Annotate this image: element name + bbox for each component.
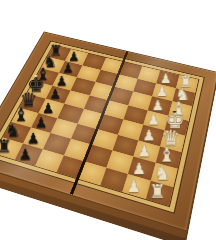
piece-black-pawn: ♟	[34, 115, 47, 129]
chess-set-photo: ♜♟♟♜♞♟♟♞♝♟♟♝♚♟♟♚♛♟♟♛♝♟♟♝♞♟♟♞♜♟♟♜	[0, 0, 216, 216]
piece-black-pawn: ♟	[49, 87, 61, 101]
piece-white-pawn: ♟	[138, 143, 152, 158]
piece-white-pawn: ♟	[156, 84, 168, 98]
perspective-stage: ♜♟♟♜♞♟♟♞♝♟♟♝♚♟♟♚♛♟♟♛♝♟♟♝♞♟♟♞♜♟♟♜	[0, 0, 216, 216]
piece-white-pawn: ♟	[132, 160, 146, 176]
black-king-finial	[35, 74, 38, 77]
piece-black-pawn: ♟	[42, 101, 55, 115]
folding-chess-box: ♜♟♟♜♞♟♟♞♝♟♟♝♚♟♟♚♛♟♟♛♝♟♟♝♞♟♟♞♜♟♟♜	[0, 32, 216, 216]
piece-black-rook: ♜	[0, 138, 12, 155]
piece-white-pawn: ♟	[147, 112, 160, 126]
white-king-finial	[173, 110, 176, 113]
piece-white-pawn: ♟	[143, 128, 156, 143]
piece-black-pawn: ♟	[27, 130, 40, 145]
piece-white-pawn: ♟	[127, 178, 141, 194]
piece-black-pawn: ♟	[18, 146, 32, 161]
piece-white-pawn: ♟	[152, 98, 165, 112]
piece-white-rook: ♜	[149, 183, 166, 202]
